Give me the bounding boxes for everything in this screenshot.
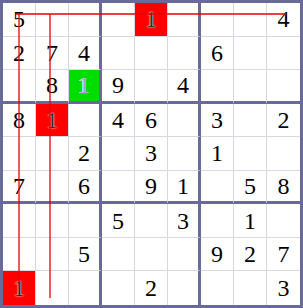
cell-r6c7[interactable] [201,171,234,205]
digit: 5 [244,174,256,198]
cell-r4c2[interactable]: 1 [36,104,69,138]
cell-r8c1[interactable] [3,238,36,272]
digit: 5 [112,209,124,233]
digit: 1 [145,7,157,31]
cell-r4c1[interactable]: 8 [3,104,36,138]
digit: 1 [211,141,223,165]
cell-r7c8[interactable]: 1 [234,204,267,238]
cell-r1c4[interactable] [102,3,135,37]
digit: 8 [13,108,25,132]
cell-r2c4[interactable] [102,37,135,71]
cell-r9c7[interactable] [201,271,234,305]
digit: 9 [211,242,223,266]
cell-r7c3[interactable] [69,204,102,238]
cell-r2c7[interactable]: 6 [201,37,234,71]
cell-r9c2[interactable] [36,271,69,305]
cell-r7c9[interactable] [267,204,300,238]
digit: 9 [145,174,157,198]
digit: 4 [177,73,189,97]
cell-r1c9[interactable]: 4 [267,3,300,37]
digit: 1 [244,209,256,233]
cell-r6c3[interactable]: 6 [69,171,102,205]
digit: 1 [177,174,189,198]
digit: 4 [112,108,124,132]
digit: 3 [278,276,290,300]
digit: 3 [211,108,223,132]
cell-r6c8[interactable]: 5 [234,171,267,205]
cell-r8c3[interactable]: 5 [69,238,102,272]
cell-r3c4[interactable]: 9 [102,70,135,104]
cell-r1c5[interactable]: 1 [135,3,168,37]
digit: 8 [278,174,290,198]
cell-r7c5[interactable] [135,204,168,238]
cell-r2c8[interactable] [234,37,267,71]
cell-r4c5[interactable]: 6 [135,104,168,138]
cell-r7c4[interactable]: 5 [102,204,135,238]
digit: 6 [145,108,157,132]
cell-r1c1[interactable]: 5 [3,3,36,37]
cell-r6c2[interactable] [36,171,69,205]
cell-r1c8[interactable] [234,3,267,37]
digit: 1 [13,276,25,300]
digit: 3 [177,209,189,233]
sudoku-board: 514274681948146322317691585315927123 [0,0,303,308]
digit: 5 [78,242,90,266]
cell-r5c8[interactable] [234,137,267,171]
cell-r9c3[interactable] [69,271,102,305]
digit: 1 [78,73,90,97]
cell-r5c2[interactable] [36,137,69,171]
cell-r4c9[interactable]: 2 [267,104,300,138]
cell-r9c6[interactable] [168,271,201,305]
digit: 5 [13,7,25,31]
cell-r9c8[interactable] [234,271,267,305]
digit: 3 [145,141,157,165]
cell-r3c9[interactable] [267,70,300,104]
digit: 7 [278,242,290,266]
cell-r8c4[interactable] [102,238,135,272]
cell-r7c7[interactable] [201,204,234,238]
cell-r8c7[interactable]: 9 [201,238,234,272]
cell-r6c5[interactable]: 9 [135,171,168,205]
digit: 4 [78,41,90,65]
digit: 7 [46,41,58,65]
cell-r9c1[interactable]: 1 [3,271,36,305]
digit: 8 [46,73,58,97]
cell-r1c7[interactable] [201,3,234,37]
digit: 9 [112,73,124,97]
cell-r2c3[interactable]: 4 [69,37,102,71]
cell-r3c7[interactable] [201,70,234,104]
sudoku-app: 514274681948146322317691585315927123 [0,0,303,308]
cell-r6c9[interactable]: 8 [267,171,300,205]
cell-r2c1[interactable]: 2 [3,37,36,71]
digit: 2 [78,141,90,165]
cell-r3c6[interactable]: 4 [168,70,201,104]
digit: 1 [46,108,58,132]
cell-r3c1[interactable] [3,70,36,104]
cell-r5c1[interactable] [3,137,36,171]
cell-r3c2[interactable]: 8 [36,70,69,104]
cell-r5c7[interactable]: 1 [201,137,234,171]
cell-r8c5[interactable] [135,238,168,272]
cell-r4c6[interactable] [168,104,201,138]
cell-r1c6[interactable] [168,3,201,37]
cell-r9c9[interactable]: 3 [267,271,300,305]
digit: 2 [278,108,290,132]
cell-r8c8[interactable]: 2 [234,238,267,272]
cell-r4c4[interactable]: 4 [102,104,135,138]
cell-r8c9[interactable]: 7 [267,238,300,272]
cell-r5c6[interactable] [168,137,201,171]
cell-r8c2[interactable] [36,238,69,272]
digit: 2 [13,41,25,65]
cell-r5c5[interactable]: 3 [135,137,168,171]
cell-r6c6[interactable]: 1 [168,171,201,205]
cell-r8c6[interactable] [168,238,201,272]
cell-r3c5[interactable] [135,70,168,104]
cell-r2c2[interactable]: 7 [36,37,69,71]
cell-r4c3[interactable] [69,104,102,138]
cell-r5c3[interactable]: 2 [69,137,102,171]
digit: 4 [278,7,290,31]
cell-r3c3[interactable]: 1 [69,70,102,104]
cell-r5c9[interactable] [267,137,300,171]
cell-r3c8[interactable] [234,70,267,104]
cell-r7c1[interactable] [3,204,36,238]
cell-r7c2[interactable] [36,204,69,238]
cell-r6c1[interactable]: 7 [3,171,36,205]
cell-r4c7[interactable]: 3 [201,104,234,138]
digit: 6 [78,174,90,198]
digit: 6 [211,41,223,65]
cell-r6c4[interactable] [102,171,135,205]
cell-r2c5[interactable] [135,37,168,71]
digit: 2 [145,276,157,300]
cell-r2c6[interactable] [168,37,201,71]
cell-r5c4[interactable] [102,137,135,171]
cell-r1c2[interactable] [36,3,69,37]
digit: 7 [13,174,25,198]
cell-r1c3[interactable] [69,3,102,37]
cell-r7c6[interactable]: 3 [168,204,201,238]
cell-r2c9[interactable] [267,37,300,71]
cell-r9c4[interactable] [102,271,135,305]
cell-r4c8[interactable] [234,104,267,138]
cell-r9c5[interactable]: 2 [135,271,168,305]
digit: 2 [244,242,256,266]
